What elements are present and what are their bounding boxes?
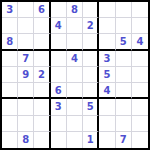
cell-r3-c9[interactable]: 4 [132,34,148,50]
cell-r7-c5[interactable] [67,99,83,115]
cell-r3-c1[interactable]: 8 [2,34,18,50]
cell-r4-c1[interactable] [2,51,18,67]
cell-r5-c7[interactable]: 5 [99,67,115,83]
cell-r8-c1[interactable] [2,116,18,132]
cell-r1-c6[interactable] [83,2,99,18]
cell-r6-c1[interactable] [2,83,18,99]
cell-r9-c8[interactable]: 7 [116,132,132,148]
cell-r6-c7[interactable]: 4 [99,83,115,99]
cell-r9-c7[interactable] [99,132,115,148]
cell-r1-c5[interactable]: 8 [67,2,83,18]
cell-r8-c5[interactable] [67,116,83,132]
cell-r9-c4[interactable] [51,132,67,148]
cell-r5-c2[interactable]: 9 [18,67,34,83]
cell-r8-c7[interactable] [99,116,115,132]
cell-r8-c9[interactable] [132,116,148,132]
cell-r4-c5[interactable]: 4 [67,51,83,67]
sudoku-board: 368428547439256435817 [0,0,150,150]
cell-r7-c7[interactable] [99,99,115,115]
cell-r3-c8[interactable]: 5 [116,34,132,50]
cell-r1-c3[interactable]: 6 [34,2,50,18]
cell-r5-c4[interactable] [51,67,67,83]
cell-r9-c1[interactable] [2,132,18,148]
cell-r1-c7[interactable] [99,2,115,18]
cell-r3-c7[interactable] [99,34,115,50]
cell-r4-c9[interactable] [132,51,148,67]
cell-r9-c9[interactable] [132,132,148,148]
cell-r8-c8[interactable] [116,116,132,132]
cell-r2-c3[interactable] [34,18,50,34]
cell-r3-c4[interactable] [51,34,67,50]
cell-r7-c3[interactable] [34,99,50,115]
cell-r7-c2[interactable] [18,99,34,115]
cell-r4-c2[interactable]: 7 [18,51,34,67]
cell-r9-c3[interactable] [34,132,50,148]
cell-r5-c1[interactable] [2,67,18,83]
cell-r7-c9[interactable] [132,99,148,115]
cell-r1-c8[interactable] [116,2,132,18]
cell-r3-c5[interactable] [67,34,83,50]
cell-r8-c2[interactable] [18,116,34,132]
cell-r5-c3[interactable]: 2 [34,67,50,83]
cell-r8-c4[interactable] [51,116,67,132]
cell-r2-c7[interactable] [99,18,115,34]
cell-r4-c7[interactable]: 3 [99,51,115,67]
cell-r2-c4[interactable]: 4 [51,18,67,34]
cell-r5-c5[interactable] [67,67,83,83]
cell-r1-c2[interactable] [18,2,34,18]
cell-r2-c5[interactable] [67,18,83,34]
cell-r6-c8[interactable] [116,83,132,99]
cell-r1-c1[interactable]: 3 [2,2,18,18]
cell-r8-c3[interactable] [34,116,50,132]
cell-r6-c4[interactable]: 6 [51,83,67,99]
cell-r3-c6[interactable] [83,34,99,50]
cell-r5-c6[interactable] [83,67,99,83]
cell-r2-c1[interactable] [2,18,18,34]
cell-r4-c8[interactable] [116,51,132,67]
cell-r5-c8[interactable] [116,67,132,83]
cell-r6-c2[interactable] [18,83,34,99]
cell-r2-c8[interactable] [116,18,132,34]
cell-r4-c4[interactable] [51,51,67,67]
cell-r1-c4[interactable] [51,2,67,18]
cell-r6-c9[interactable] [132,83,148,99]
cell-r3-c2[interactable] [18,34,34,50]
cell-r6-c6[interactable] [83,83,99,99]
cell-r4-c6[interactable] [83,51,99,67]
cell-r6-c3[interactable] [34,83,50,99]
cell-r9-c2[interactable]: 8 [18,132,34,148]
cell-r7-c4[interactable]: 3 [51,99,67,115]
cell-r9-c5[interactable] [67,132,83,148]
cell-r2-c6[interactable]: 2 [83,18,99,34]
cell-r7-c6[interactable]: 5 [83,99,99,115]
cell-r1-c9[interactable] [132,2,148,18]
cell-r2-c2[interactable] [18,18,34,34]
cell-r9-c6[interactable]: 1 [83,132,99,148]
cell-r5-c9[interactable] [132,67,148,83]
cell-r4-c3[interactable] [34,51,50,67]
cell-r6-c5[interactable] [67,83,83,99]
cell-r2-c9[interactable] [132,18,148,34]
cell-r8-c6[interactable] [83,116,99,132]
cell-r3-c3[interactable] [34,34,50,50]
cell-r7-c1[interactable] [2,99,18,115]
cell-r7-c8[interactable] [116,99,132,115]
